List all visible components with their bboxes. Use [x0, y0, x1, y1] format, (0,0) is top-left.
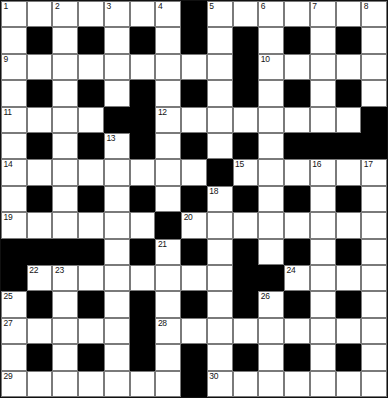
cell-r8c5[interactable] [130, 212, 156, 238]
clue-number: 24 [287, 266, 296, 275]
cell-r8c14[interactable] [361, 212, 387, 238]
clue-number: 21 [158, 240, 167, 249]
cell-r11c5-black [130, 291, 156, 317]
cell-r9c3-black [78, 239, 104, 265]
clue-number: 6 [261, 2, 265, 11]
cell-r11c6[interactable] [155, 291, 181, 317]
cell-r0c1[interactable] [27, 1, 53, 27]
cell-r9c1-black [27, 239, 53, 265]
cell-r2c9-black [233, 54, 259, 80]
cell-r14c11[interactable] [284, 371, 310, 397]
cell-r6c2[interactable] [52, 159, 78, 185]
cell-r13c13-black [336, 344, 362, 370]
clue-number: 5 [209, 2, 213, 11]
cell-r7c4[interactable] [104, 186, 130, 212]
cell-r12c6[interactable]: 28 [155, 318, 181, 344]
cell-r3c2[interactable] [52, 80, 78, 106]
clue-number: 15 [235, 160, 244, 169]
cell-r13c12[interactable] [310, 344, 336, 370]
cell-r1c4[interactable] [104, 27, 130, 53]
cell-r5c10[interactable] [258, 133, 284, 159]
cell-r10c4[interactable] [104, 265, 130, 291]
clue-number: 9 [4, 55, 8, 64]
clue-number: 7 [312, 2, 316, 11]
cell-r7c11-black [284, 186, 310, 212]
cell-r13c6[interactable] [155, 344, 181, 370]
clue-number: 20 [184, 213, 193, 222]
cell-r14c14[interactable] [361, 371, 387, 397]
cell-r5c12-black [310, 133, 336, 159]
clue-number: 3 [106, 2, 110, 11]
cell-r14c5[interactable] [130, 371, 156, 397]
cell-r6c3[interactable] [78, 159, 104, 185]
cell-r5c7-black [181, 133, 207, 159]
cell-r10c1[interactable]: 22 [27, 265, 53, 291]
cell-r1c9-black [233, 27, 259, 53]
clue-number: 18 [209, 187, 218, 196]
cell-r2c8[interactable] [207, 54, 233, 80]
cell-r8c4[interactable] [104, 212, 130, 238]
cell-r13c9-black [233, 344, 259, 370]
cell-r8c7[interactable]: 20 [181, 212, 207, 238]
cell-r2c0[interactable]: 9 [1, 54, 27, 80]
cell-r6c1[interactable] [27, 159, 53, 185]
cell-r13c7-black [181, 344, 207, 370]
cell-r0c3[interactable] [78, 1, 104, 27]
cell-r0c14[interactable]: 8 [361, 1, 387, 27]
cell-r8c8[interactable] [207, 212, 233, 238]
cell-r7c1-black [27, 186, 53, 212]
cell-r4c3[interactable] [78, 107, 104, 133]
cell-r6c9[interactable]: 15 [233, 159, 259, 185]
cell-r14c6[interactable] [155, 371, 181, 397]
cell-r3c10[interactable] [258, 80, 284, 106]
cell-r3c12[interactable] [310, 80, 336, 106]
cell-r0c12[interactable]: 7 [310, 1, 336, 27]
cell-r3c11-black [284, 80, 310, 106]
cell-r13c5-black [130, 344, 156, 370]
cell-r0c6[interactable]: 4 [155, 1, 181, 27]
cell-r5c8[interactable] [207, 133, 233, 159]
clue-number: 17 [364, 160, 373, 169]
clue-number: 10 [261, 55, 270, 64]
cell-r11c10[interactable]: 26 [258, 291, 284, 317]
cell-r0c10[interactable]: 6 [258, 1, 284, 27]
cell-r14c7-black [181, 371, 207, 397]
cell-r4c5-black [130, 107, 156, 133]
cell-r10c6[interactable] [155, 265, 181, 291]
cell-r11c9-black [233, 291, 259, 317]
cell-r7c0[interactable] [1, 186, 27, 212]
cell-r5c9-black [233, 133, 259, 159]
cell-r4c14-black [361, 107, 387, 133]
cell-r11c11-black [284, 291, 310, 317]
cell-r8c2[interactable] [52, 212, 78, 238]
cell-r6c6[interactable] [155, 159, 181, 185]
cell-r12c9[interactable] [233, 318, 259, 344]
cell-r9c2-black [52, 239, 78, 265]
cell-r3c14[interactable] [361, 80, 387, 106]
cell-r12c12[interactable] [310, 318, 336, 344]
clue-number: 29 [4, 372, 13, 381]
cell-r7c14[interactable] [361, 186, 387, 212]
cell-r0c13[interactable] [336, 1, 362, 27]
cell-r3c1-black [27, 80, 53, 106]
clue-number: 14 [4, 160, 13, 169]
cell-r1c10[interactable] [258, 27, 284, 53]
cell-r6c12[interactable]: 16 [310, 159, 336, 185]
cell-r1c14[interactable] [361, 27, 387, 53]
cell-r4c6[interactable]: 12 [155, 107, 181, 133]
crossword-board: 1234567891011121314151617181920212223242… [0, 0, 388, 398]
cell-r12c10[interactable] [258, 318, 284, 344]
clue-number: 27 [4, 319, 13, 328]
cell-r9c9-black [233, 239, 259, 265]
cell-r11c14[interactable] [361, 291, 387, 317]
cell-r4c4-black [104, 107, 130, 133]
cell-r0c9[interactable] [233, 1, 259, 27]
cell-r9c6[interactable]: 21 [155, 239, 181, 265]
cell-r1c3-black [78, 27, 104, 53]
cell-r4c13[interactable] [336, 107, 362, 133]
cell-r2c12[interactable] [310, 54, 336, 80]
cell-r11c2[interactable] [52, 291, 78, 317]
cell-r11c12[interactable] [310, 291, 336, 317]
cell-r1c5-black [130, 27, 156, 53]
cell-r12c0[interactable]: 27 [1, 318, 27, 344]
cell-r14c8[interactable]: 30 [207, 371, 233, 397]
cell-r8c11[interactable] [284, 212, 310, 238]
clue-number: 26 [261, 292, 270, 301]
cell-r8c3[interactable] [78, 212, 104, 238]
cell-r10c11[interactable]: 24 [284, 265, 310, 291]
cell-r6c14[interactable]: 17 [361, 159, 387, 185]
cell-r3c9-black [233, 80, 259, 106]
cell-r9c5-black [130, 239, 156, 265]
cell-r11c7-black [181, 291, 207, 317]
cell-r4c11[interactable] [284, 107, 310, 133]
cell-r7c13-black [336, 186, 362, 212]
cell-r12c11[interactable] [284, 318, 310, 344]
clue-number: 23 [55, 266, 64, 275]
cell-r7c9-black [233, 186, 259, 212]
cell-r11c1-black [27, 291, 53, 317]
cell-r3c8[interactable] [207, 80, 233, 106]
cell-r10c5[interactable] [130, 265, 156, 291]
cell-r13c14[interactable] [361, 344, 387, 370]
cell-r8c6-black [155, 212, 181, 238]
cell-r9c8[interactable] [207, 239, 233, 265]
cell-r0c4[interactable]: 3 [104, 1, 130, 27]
cell-r2c4[interactable] [104, 54, 130, 80]
cell-r12c4[interactable] [104, 318, 130, 344]
cell-r14c1[interactable] [27, 371, 53, 397]
cell-r5c0[interactable] [1, 133, 27, 159]
cell-r11c4[interactable] [104, 291, 130, 317]
clue-number: 30 [209, 372, 218, 381]
cell-r14c13[interactable] [336, 371, 362, 397]
cell-r3c6[interactable] [155, 80, 181, 106]
cell-r6c13[interactable] [336, 159, 362, 185]
cell-r7c5-black [130, 186, 156, 212]
cell-r10c0-black [1, 265, 27, 291]
cell-r3c0[interactable] [1, 80, 27, 106]
cell-r6c4[interactable] [104, 159, 130, 185]
cell-r2c10[interactable]: 10 [258, 54, 284, 80]
cell-r1c11-black [284, 27, 310, 53]
cell-r10c8[interactable] [207, 265, 233, 291]
cell-r6c11[interactable] [284, 159, 310, 185]
clue-number: 22 [29, 266, 38, 275]
cell-r8c10[interactable] [258, 212, 284, 238]
clue-number: 16 [312, 160, 321, 169]
cell-r2c1[interactable] [27, 54, 53, 80]
cell-r5c3-black [78, 133, 104, 159]
cell-r9c10[interactable] [258, 239, 284, 265]
crossword-grid: 1234567891011121314151617181920212223242… [0, 0, 388, 398]
cell-r2c14[interactable] [361, 54, 387, 80]
cell-r0c2[interactable]: 2 [52, 1, 78, 27]
cell-r5c1-black [27, 133, 53, 159]
cell-r14c10[interactable] [258, 371, 284, 397]
cell-r1c0[interactable] [1, 27, 27, 53]
clue-number: 25 [4, 292, 13, 301]
clue-number: 11 [4, 108, 12, 117]
cell-r1c8[interactable] [207, 27, 233, 53]
cell-r10c3[interactable] [78, 265, 104, 291]
cell-r9c0-black [1, 239, 27, 265]
cell-r8c13[interactable] [336, 212, 362, 238]
cell-r13c10[interactable] [258, 344, 284, 370]
cell-r5c13-black [336, 133, 362, 159]
cell-r12c3[interactable] [78, 318, 104, 344]
cell-r4c0[interactable]: 11 [1, 107, 27, 133]
clue-number: 4 [158, 2, 162, 11]
clue-number: 19 [4, 213, 13, 222]
cell-r11c3-black [78, 291, 104, 317]
cell-r5c2[interactable] [52, 133, 78, 159]
cell-r1c12[interactable] [310, 27, 336, 53]
cell-r14c2[interactable] [52, 371, 78, 397]
cell-r7c8[interactable]: 18 [207, 186, 233, 212]
cell-r4c10[interactable] [258, 107, 284, 133]
cell-r3c7-black [181, 80, 207, 106]
cell-r0c7-black [181, 1, 207, 27]
cell-r6c10[interactable] [258, 159, 284, 185]
cell-r9c11-black [284, 239, 310, 265]
cell-r6c7[interactable] [181, 159, 207, 185]
clue-number: 1 [4, 2, 8, 11]
cell-r9c4[interactable] [104, 239, 130, 265]
cell-r8c12[interactable] [310, 212, 336, 238]
cell-r10c14[interactable] [361, 265, 387, 291]
cell-r2c6[interactable] [155, 54, 181, 80]
cell-r2c11[interactable] [284, 54, 310, 80]
cell-r2c2[interactable] [52, 54, 78, 80]
cell-r14c9[interactable] [233, 371, 259, 397]
cell-r10c2[interactable]: 23 [52, 265, 78, 291]
cell-r1c7-black [181, 27, 207, 53]
cell-r1c6[interactable] [155, 27, 181, 53]
cell-r5c5-black [130, 133, 156, 159]
cell-r0c0[interactable]: 1 [1, 1, 27, 27]
cell-r13c3-black [78, 344, 104, 370]
cell-r13c11-black [284, 344, 310, 370]
cell-r3c5-black [130, 80, 156, 106]
cell-r5c6[interactable] [155, 133, 181, 159]
cell-r10c10-black [258, 265, 284, 291]
cell-r9c12[interactable] [310, 239, 336, 265]
cell-r8c1[interactable] [27, 212, 53, 238]
cell-r7c7-black [181, 186, 207, 212]
cell-r9c13-black [336, 239, 362, 265]
cell-r0c5[interactable] [130, 1, 156, 27]
cell-r4c1[interactable] [27, 107, 53, 133]
cell-r12c1[interactable] [27, 318, 53, 344]
cell-r2c5[interactable] [130, 54, 156, 80]
cell-r5c4[interactable]: 13 [104, 133, 130, 159]
cell-r13c1-black [27, 344, 53, 370]
cell-r10c13[interactable] [336, 265, 362, 291]
cell-r9c7-black [181, 239, 207, 265]
cell-r12c7[interactable] [181, 318, 207, 344]
clue-number: 2 [55, 2, 59, 11]
cell-r4c7[interactable] [181, 107, 207, 133]
cell-r11c0[interactable]: 25 [1, 291, 27, 317]
cell-r12c5-black [130, 318, 156, 344]
cell-r11c8[interactable] [207, 291, 233, 317]
cell-r4c9[interactable] [233, 107, 259, 133]
cell-r12c14[interactable] [361, 318, 387, 344]
cell-r2c7[interactable] [181, 54, 207, 80]
cell-r12c13[interactable] [336, 318, 362, 344]
cell-r2c3[interactable] [78, 54, 104, 80]
cell-r5c11-black [284, 133, 310, 159]
cell-r5c14-black [361, 133, 387, 159]
cell-r3c4[interactable] [104, 80, 130, 106]
cell-r6c8-black [207, 159, 233, 185]
cell-r6c0[interactable]: 14 [1, 159, 27, 185]
cell-r4c2[interactable] [52, 107, 78, 133]
cell-r4c8[interactable] [207, 107, 233, 133]
cell-r12c2[interactable] [52, 318, 78, 344]
cell-r10c12[interactable] [310, 265, 336, 291]
cell-r14c4[interactable] [104, 371, 130, 397]
cell-r1c1-black [27, 27, 53, 53]
cell-r11c13-black [336, 291, 362, 317]
cell-r0c8[interactable]: 5 [207, 1, 233, 27]
cell-r8c9[interactable] [233, 212, 259, 238]
cell-r4c12[interactable] [310, 107, 336, 133]
cell-r14c0[interactable]: 29 [1, 371, 27, 397]
cell-r13c0[interactable] [1, 344, 27, 370]
cell-r13c4[interactable] [104, 344, 130, 370]
clue-number: 8 [364, 2, 368, 11]
cell-r13c8[interactable] [207, 344, 233, 370]
cell-r10c9-black [233, 265, 259, 291]
cell-r7c3-black [78, 186, 104, 212]
cell-r7c6[interactable] [155, 186, 181, 212]
cell-r7c12[interactable] [310, 186, 336, 212]
cell-r9c14[interactable] [361, 239, 387, 265]
cell-r7c2[interactable] [52, 186, 78, 212]
clue-number: 12 [158, 108, 167, 117]
cell-r14c12[interactable] [310, 371, 336, 397]
cell-r2c13[interactable] [336, 54, 362, 80]
cell-r0c11[interactable] [284, 1, 310, 27]
cell-r6c5[interactable] [130, 159, 156, 185]
cell-r14c3[interactable] [78, 371, 104, 397]
cell-r1c13-black [336, 27, 362, 53]
clue-number: 28 [158, 319, 167, 328]
cell-r10c7[interactable] [181, 265, 207, 291]
cell-r3c3-black [78, 80, 104, 106]
cell-r1c2[interactable] [52, 27, 78, 53]
cell-r7c10[interactable] [258, 186, 284, 212]
cell-r8c0[interactable]: 19 [1, 212, 27, 238]
clue-number: 13 [106, 134, 115, 143]
cell-r12c8[interactable] [207, 318, 233, 344]
cell-r3c13-black [336, 80, 362, 106]
cell-r13c2[interactable] [52, 344, 78, 370]
